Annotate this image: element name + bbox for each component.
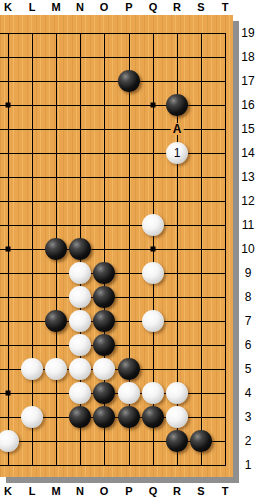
row-label: 4: [238, 387, 258, 399]
annotation-letter-R15: A: [171, 123, 184, 135]
grid-line-horizontal: [0, 105, 226, 106]
grid-line-horizontal: [0, 201, 226, 202]
column-labels-bottom: KLMNOPQRST: [0, 483, 260, 500]
column-label-top: Q: [149, 0, 158, 15]
stone-black-O3: [93, 406, 115, 428]
grid-line-horizontal: [0, 57, 226, 58]
stone-white-N5: [69, 358, 91, 380]
grid-line-horizontal: [0, 81, 226, 82]
row-label: 5: [238, 363, 258, 375]
row-label: 17: [238, 75, 258, 87]
row-label: 3: [238, 411, 258, 423]
column-label-top: K: [4, 0, 12, 15]
row-label: 10: [238, 243, 258, 255]
stone-black-P5: [118, 358, 140, 380]
stone-white-N6: [69, 334, 91, 356]
column-label-bottom: Q: [149, 483, 158, 499]
column-label-bottom: S: [197, 483, 204, 499]
stone-black-R2: [166, 430, 188, 452]
column-label-bottom: O: [100, 483, 109, 499]
stone-black-P3: [118, 406, 140, 428]
row-label: 18: [238, 51, 258, 63]
stone-black-M7: [45, 310, 67, 332]
grid-line-horizontal: [0, 129, 226, 130]
stone-white-K2: [0, 430, 19, 452]
stone-white-N9: [69, 262, 91, 284]
column-labels-top: KLMNOPQRST: [0, 0, 260, 15]
star-point: [151, 247, 156, 252]
star-point: [6, 103, 11, 108]
stone-white-Q9: [142, 262, 164, 284]
row-label: 19: [238, 27, 258, 39]
row-label: 9: [238, 267, 258, 279]
row-label: 11: [238, 219, 258, 231]
stone-black-Q3: [142, 406, 164, 428]
stone-black-O4: [93, 382, 115, 404]
row-label: 15: [238, 123, 258, 135]
column-label-top: R: [173, 0, 181, 15]
stone-black-M10: [45, 238, 67, 260]
row-label: 7: [238, 315, 258, 327]
go-diagram: KLMNOPQRST 1A 19181716151413121110987654…: [0, 0, 260, 500]
stone-white-P4: [118, 382, 140, 404]
column-label-bottom: M: [51, 483, 60, 499]
go-board[interactable]: 1A: [0, 15, 233, 477]
stone-black-N3: [69, 406, 91, 428]
column-label-bottom: L: [29, 483, 36, 499]
star-point: [6, 391, 11, 396]
stone-white-Q11: [142, 214, 164, 236]
grid-line-horizontal: [0, 33, 226, 34]
row-label: 1: [238, 459, 258, 471]
row-label: 6: [238, 339, 258, 351]
column-label-top: L: [29, 0, 36, 15]
column-label-bottom: K: [4, 483, 12, 499]
row-label: 13: [238, 171, 258, 183]
move-number-label: 1: [174, 147, 181, 159]
column-label-top: P: [125, 0, 132, 15]
column-label-top: N: [76, 0, 84, 15]
star-point: [151, 103, 156, 108]
column-label-bottom: T: [222, 483, 229, 499]
stone-white-O5: [93, 358, 115, 380]
stone-black-O9: [93, 262, 115, 284]
star-point: [6, 247, 11, 252]
stone-white-L5: [21, 358, 43, 380]
stone-white-N8: [69, 286, 91, 308]
column-label-top: S: [197, 0, 204, 15]
column-label-top: M: [51, 0, 60, 15]
stone-white-R3: [166, 406, 188, 428]
grid-line-horizontal: [0, 177, 226, 178]
stone-black-N10: [69, 238, 91, 260]
column-label-bottom: R: [173, 483, 181, 499]
stone-black-O6: [93, 334, 115, 356]
grid-line-horizontal: [0, 249, 226, 250]
stone-black-S2: [190, 430, 212, 452]
stone-white-L3: [21, 406, 43, 428]
stone-black-O8: [93, 286, 115, 308]
stone-black-O7: [93, 310, 115, 332]
grid-line-horizontal: [0, 465, 226, 466]
stone-black-R16: [166, 94, 188, 116]
stone-white-N4: [69, 382, 91, 404]
stone-white-Q4: [142, 382, 164, 404]
stone-white-M5: [45, 358, 67, 380]
stone-white-N7: [69, 310, 91, 332]
stone-white-R4: [166, 382, 188, 404]
column-label-bottom: N: [76, 483, 84, 499]
row-label: 8: [238, 291, 258, 303]
grid-line-horizontal: [0, 225, 226, 226]
row-label: 14: [238, 147, 258, 159]
stone-black-P17: [118, 70, 140, 92]
grid-line-horizontal: [0, 153, 226, 154]
column-label-top: O: [100, 0, 109, 15]
column-label-bottom: P: [125, 483, 132, 499]
row-label: 16: [238, 99, 258, 111]
stone-white-R14: 1: [166, 142, 188, 164]
column-label-top: T: [222, 0, 229, 15]
row-label: 2: [238, 435, 258, 447]
stone-white-Q7: [142, 310, 164, 332]
row-label: 12: [238, 195, 258, 207]
